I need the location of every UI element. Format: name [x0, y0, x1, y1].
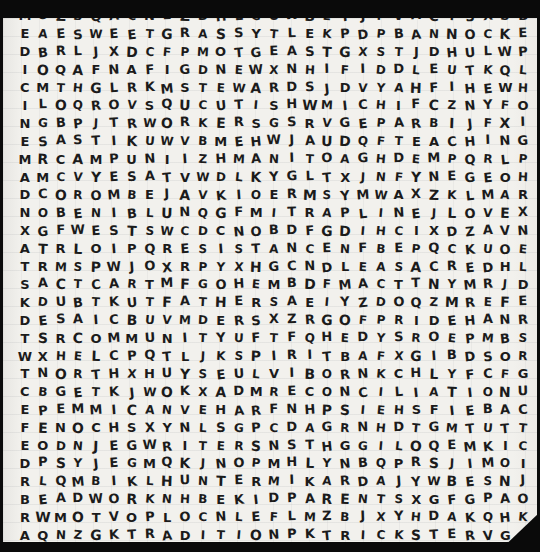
- grid-cell: M: [265, 454, 283, 472]
- grid-cell: E: [336, 490, 354, 509]
- grid-cell: R: [407, 115, 427, 135]
- grid-cell: S: [211, 25, 229, 44]
- grid-cell: B: [443, 346, 461, 365]
- grid-cell: B: [87, 472, 106, 491]
- grid-cell: C: [193, 508, 212, 527]
- grid-cell: F: [247, 329, 266, 348]
- grid-cell: O: [212, 43, 230, 61]
- grid-cell: I: [443, 77, 461, 96]
- grid-cell: A: [478, 310, 496, 329]
- grid-cell: E: [104, 167, 123, 186]
- grid-cell: J: [354, 168, 373, 187]
- grid-cell: R: [514, 347, 533, 366]
- grid-cell: S: [122, 167, 141, 186]
- grid-cell: F: [496, 96, 515, 115]
- grid-cell: P: [318, 400, 336, 419]
- grid-cell: X: [514, 203, 532, 222]
- grid-cell: D: [425, 507, 443, 526]
- grid-cell: T: [140, 293, 159, 312]
- grid-cell: H: [211, 293, 229, 312]
- grid-cell: E: [229, 60, 248, 79]
- grid-cell: D: [193, 311, 212, 330]
- grid-cell: N: [283, 59, 301, 78]
- grid-cell: N: [176, 203, 194, 222]
- grid-cell: M: [353, 185, 372, 204]
- grid-cell: R: [514, 186, 532, 204]
- grid-cell: N: [16, 204, 34, 222]
- grid-cell: V: [122, 96, 141, 115]
- grid-cell: J: [193, 347, 212, 366]
- grid-cell: H: [158, 472, 176, 491]
- grid-cell: I: [283, 471, 301, 490]
- grid-cell: Q: [478, 507, 497, 526]
- grid-cell: D: [371, 60, 390, 79]
- grid-cell: E: [460, 401, 480, 421]
- grid-cell: D: [389, 149, 407, 168]
- grid-cell: I: [478, 131, 496, 150]
- grid-cell: F: [496, 364, 515, 383]
- grid-cell: E: [211, 436, 230, 455]
- grid-cell: Y: [371, 78, 390, 97]
- grid-cell: S: [265, 96, 283, 114]
- grid-cell: R: [247, 472, 265, 490]
- grid-cell: O: [318, 365, 337, 384]
- grid-cell: A: [176, 292, 194, 311]
- grid-cell: W: [87, 490, 106, 509]
- grid-cell: P: [478, 489, 496, 508]
- grid-cell: A: [389, 114, 408, 133]
- grid-cell: E: [301, 25, 319, 43]
- grid-cell: A: [69, 60, 87, 79]
- grid-cell: T: [51, 78, 70, 97]
- grid-cell: T: [265, 329, 284, 348]
- grid-cell: D: [425, 43, 443, 61]
- grid-cell: C: [300, 239, 319, 258]
- grid-cell: B: [122, 185, 141, 204]
- grid-cell: A: [69, 310, 87, 329]
- grid-cell: W: [496, 79, 514, 97]
- grid-cell: N: [389, 203, 408, 222]
- grid-cell: Y: [211, 329, 230, 348]
- grid-cell: A: [425, 132, 443, 150]
- grid-cell: V: [193, 186, 212, 205]
- grid-cell: H: [211, 150, 230, 169]
- grid-cell: A: [407, 25, 427, 45]
- grid-cell: I: [104, 472, 123, 491]
- grid-cell: F: [51, 220, 69, 239]
- grid-cell: X: [229, 257, 248, 276]
- grid-cell: I: [229, 185, 248, 204]
- grid-cell: R: [158, 240, 176, 258]
- grid-cell: N: [496, 383, 514, 402]
- grid-cell: E: [212, 311, 230, 329]
- grid-cell: O: [87, 240, 105, 258]
- grid-cell: I: [443, 114, 461, 133]
- grid-cell: S: [513, 328, 532, 347]
- grid-cell: H: [460, 311, 480, 331]
- grid-cell: A: [354, 347, 373, 366]
- grid-cell: H: [371, 221, 390, 240]
- grid-cell: C: [425, 96, 443, 115]
- grid-cell: M: [193, 42, 212, 61]
- grid-cell: A: [390, 186, 408, 204]
- grid-cell: A: [318, 472, 337, 491]
- grid-cell: O: [460, 25, 480, 45]
- grid-cell: X: [104, 42, 123, 61]
- grid-cell: R: [33, 150, 51, 169]
- grid-cell: L: [389, 436, 408, 455]
- grid-cell: M: [247, 383, 265, 401]
- grid-cell: P: [336, 24, 355, 43]
- torn-paper-edge-bottom: [0, 542, 540, 552]
- grid-cell: F: [425, 78, 444, 97]
- grid-cell: B: [283, 274, 301, 293]
- grid-cell: P: [122, 346, 141, 365]
- grid-cell: I: [353, 221, 372, 240]
- grid-cell: E: [16, 25, 34, 43]
- grid-cell: H: [51, 347, 70, 366]
- grid-cell: A: [247, 78, 265, 97]
- grid-cell: S: [247, 436, 265, 455]
- grid-cell: E: [407, 149, 426, 168]
- grid-cell: D: [389, 59, 407, 78]
- grid-cell: H: [247, 257, 265, 276]
- grid-cell: U: [229, 329, 248, 348]
- grid-cell: C: [212, 222, 230, 240]
- grid-cell: Z: [443, 96, 462, 115]
- grid-cell: L: [336, 258, 354, 276]
- grid-cell: P: [33, 453, 51, 472]
- grid-cell: C: [52, 150, 70, 168]
- grid-cell: F: [354, 238, 372, 257]
- grid-cell: G: [425, 490, 443, 508]
- grid-cell: P: [283, 525, 301, 544]
- photo-edge-left: [0, 0, 3, 552]
- grid-cell: R: [122, 275, 141, 294]
- grid-cell: P: [283, 489, 301, 508]
- grid-cell: T: [193, 78, 212, 97]
- grid-cell: P: [247, 454, 266, 473]
- grid-cell: D: [283, 220, 301, 239]
- grid-cell: K: [193, 114, 212, 133]
- grid-cell: A: [496, 185, 515, 204]
- grid-cell: K: [460, 240, 480, 260]
- grid-cell: N: [158, 400, 177, 419]
- grid-cell: L: [104, 78, 123, 97]
- grid-cell: N: [336, 239, 355, 258]
- grid-cell: K: [443, 186, 462, 205]
- grid-cell: E: [247, 508, 266, 527]
- grid-cell: M: [104, 185, 123, 204]
- grid-cell: J: [389, 472, 408, 491]
- grid-cell: B: [443, 472, 461, 491]
- grid-cell: P: [247, 347, 265, 366]
- grid-cell: S: [407, 401, 425, 419]
- grid-cell: E: [104, 436, 123, 455]
- grid-cell: I: [300, 346, 318, 365]
- grid-cell: S: [141, 96, 159, 114]
- grid-cell: I: [158, 150, 176, 168]
- grid-cell: T: [460, 61, 480, 81]
- grid-cell: R: [16, 508, 34, 526]
- grid-cell: K: [247, 168, 265, 187]
- grid-cell: O: [158, 114, 176, 133]
- grid-cell: E: [425, 59, 443, 78]
- grid-cell: D: [336, 132, 354, 151]
- grid-cell: R: [69, 186, 88, 205]
- grid-cell: R: [247, 293, 265, 311]
- grid-cell: G: [122, 436, 141, 455]
- grid-cell: H: [283, 453, 301, 472]
- grid-cell: S: [389, 328, 407, 347]
- grid-cell: R: [264, 78, 283, 97]
- grid-cell: W: [33, 508, 51, 527]
- grid-cell: H: [141, 365, 159, 383]
- grid-cell: D: [300, 275, 318, 294]
- grid-cell: Z: [283, 310, 301, 329]
- grid-cell: H: [212, 401, 230, 419]
- grid-cell: E: [176, 239, 195, 258]
- grid-cell: O: [247, 185, 266, 204]
- grid-cell: Y: [389, 507, 407, 526]
- grid-cell: R: [336, 472, 355, 491]
- grid-cell: E: [443, 167, 461, 186]
- grid-cell: N: [514, 221, 533, 240]
- grid-cell: S: [33, 329, 51, 348]
- grid-cell: P: [371, 311, 390, 330]
- grid-cell: H: [407, 364, 425, 383]
- grid-cell: J: [425, 203, 444, 222]
- grid-cell: S: [318, 186, 337, 205]
- grid-cell: O: [425, 328, 443, 347]
- grid-cell: A: [211, 383, 229, 402]
- grid-cell: A: [16, 168, 34, 186]
- grid-cell: J: [122, 383, 142, 403]
- grid-cell: Y: [407, 168, 425, 187]
- grid-cell: C: [51, 168, 70, 187]
- grid-cell: O: [336, 311, 354, 330]
- grid-cell: V: [478, 203, 497, 222]
- grid-cell: K: [104, 382, 123, 401]
- grid-cell: U: [176, 471, 194, 490]
- grid-cell: C: [283, 256, 301, 275]
- grid-cell: F: [425, 401, 443, 419]
- grid-cell: K: [318, 24, 337, 43]
- grid-cell: W: [158, 221, 177, 240]
- grid-cell: I: [176, 437, 194, 455]
- grid-cell: R: [478, 149, 497, 168]
- grid-cell: S: [229, 346, 248, 365]
- grid-cell: E: [16, 437, 34, 455]
- grid-cell: X: [425, 222, 443, 240]
- grid-cell: R: [283, 346, 301, 365]
- grid-cell: K: [140, 77, 158, 96]
- grid-cell: T: [87, 293, 106, 312]
- grid-cell: T: [69, 275, 88, 294]
- grid-cell: T: [140, 24, 159, 43]
- grid-cell: K: [104, 293, 123, 312]
- grid-cell: C: [390, 365, 408, 383]
- grid-cell: O: [51, 186, 69, 205]
- grid-cell: L: [193, 418, 212, 437]
- grid-cell: A: [51, 489, 69, 508]
- grid-cell: T: [371, 490, 390, 509]
- grid-cell: R: [176, 24, 194, 43]
- grid-cell: T: [300, 435, 318, 454]
- grid-cell: J: [514, 471, 532, 490]
- grid-cell: L: [33, 472, 52, 491]
- grid-cell: F: [300, 221, 319, 240]
- grid-cell: O: [87, 329, 105, 347]
- grid-cell: L: [460, 186, 480, 206]
- grid-cell: D: [371, 293, 390, 312]
- grid-cell: H: [318, 328, 336, 347]
- grid-cell: N: [158, 329, 176, 347]
- grid-cell: H: [371, 418, 390, 437]
- grid-cell: Q: [140, 239, 159, 258]
- grid-cell: D: [122, 42, 140, 61]
- grid-cell: L: [158, 508, 176, 526]
- grid-cell: N: [87, 203, 106, 222]
- grid-cell: X: [34, 347, 52, 365]
- grid-cell: I: [425, 346, 444, 365]
- grid-cell: M: [229, 150, 248, 169]
- grid-cell: N: [353, 364, 372, 383]
- grid-cell: F: [336, 60, 355, 79]
- grid-cell: U: [158, 204, 176, 223]
- grid-cell: E: [443, 525, 461, 544]
- grid-cell: G: [264, 257, 283, 276]
- grid-cell: G: [211, 204, 229, 223]
- grid-cell: V: [104, 508, 123, 527]
- grid-cell: A: [33, 274, 51, 293]
- grid-cell: R: [283, 185, 301, 204]
- grid-cell: R: [51, 41, 69, 60]
- grid-cell: M: [443, 293, 461, 312]
- grid-cell: F: [265, 399, 283, 418]
- grid-cell: F: [158, 293, 176, 312]
- grid-cell: I: [104, 203, 123, 222]
- grid-cell: B: [265, 220, 283, 239]
- grid-cell: A: [51, 131, 69, 150]
- grid-cell: R: [16, 472, 34, 490]
- grid-cell: O: [496, 168, 514, 186]
- grid-cell: M: [478, 454, 497, 473]
- grid-cell: T: [389, 42, 408, 61]
- grid-cell: R: [336, 418, 355, 437]
- grid-cell: C: [176, 221, 195, 240]
- grid-cell: O: [496, 347, 514, 365]
- grid-cell: F: [87, 61, 105, 79]
- grid-cell: V: [354, 78, 373, 97]
- grid-cell: Z: [193, 150, 212, 169]
- grid-cell: P: [407, 239, 426, 258]
- grid-cell: Z: [460, 222, 480, 242]
- grid-cell: O: [33, 60, 51, 79]
- grid-cell: G: [51, 382, 70, 401]
- grid-cell: T: [16, 365, 34, 383]
- grid-cell: G: [354, 436, 373, 455]
- grid-cell: U: [140, 311, 159, 330]
- grid-cell: E: [141, 186, 159, 204]
- grid-cell: O: [514, 96, 532, 114]
- grid-cell: A: [496, 490, 515, 509]
- grid-cell: S: [425, 454, 443, 473]
- grid-cell: X: [140, 418, 159, 437]
- grid-cell: H: [371, 149, 390, 168]
- grid-cell: C: [51, 275, 69, 294]
- grid-cell: P: [371, 24, 390, 43]
- grid-cell: B: [122, 204, 142, 224]
- grid-cell: E: [265, 41, 283, 60]
- grid-cell: T: [87, 382, 106, 401]
- grid-cell: Y: [443, 275, 462, 294]
- grid-cell: S: [123, 419, 141, 437]
- grid-cell: M: [104, 329, 123, 348]
- grid-cell: U: [158, 364, 176, 383]
- grid-cell: H: [69, 78, 88, 97]
- grid-cell: L: [140, 203, 159, 222]
- grid-cell: J: [354, 507, 372, 526]
- grid-cell: H: [460, 132, 480, 152]
- grid-cell: N: [16, 114, 34, 132]
- grid-cell: S: [69, 131, 87, 150]
- grid-cell: F: [496, 293, 514, 312]
- grid-cell: U: [442, 60, 461, 79]
- grid-cell: C: [16, 383, 34, 401]
- grid-cell: I: [407, 222, 425, 240]
- grid-cell: N: [69, 436, 88, 455]
- grid-cell: P: [460, 329, 480, 349]
- grid-cell: Y: [69, 454, 88, 473]
- grid-cell: E: [229, 292, 247, 311]
- grid-cell: U: [229, 364, 248, 383]
- grid-cell: S: [371, 42, 390, 61]
- grid-cell: E: [496, 204, 514, 223]
- grid-cell: X: [336, 168, 354, 186]
- grid-cell: T: [193, 436, 212, 455]
- grid-cell: I: [176, 150, 195, 169]
- grid-cell: I: [371, 203, 390, 222]
- grid-cell: E: [122, 25, 142, 45]
- grid-cell: J: [496, 275, 515, 294]
- grid-cell: X: [353, 42, 372, 61]
- grid-cell: L: [69, 41, 87, 60]
- grid-cell: C: [104, 346, 123, 365]
- grid-cell: O: [51, 365, 69, 384]
- grid-cell: O: [123, 508, 141, 526]
- grid-cell: G: [407, 347, 425, 366]
- grid-cell: U: [514, 382, 532, 401]
- grid-cell: W: [140, 435, 158, 454]
- grid-cell: X: [389, 346, 408, 365]
- grid-cell: I: [390, 96, 408, 114]
- grid-cell: C: [122, 400, 140, 419]
- grid-cell: X: [16, 222, 34, 240]
- grid-cell: N: [443, 25, 461, 44]
- grid-cell: W: [496, 42, 515, 61]
- grid-cell: Q: [140, 346, 158, 365]
- grid-cell: R: [407, 453, 425, 472]
- grid-cell: D: [336, 79, 354, 97]
- grid-cell: O: [176, 508, 195, 527]
- grid-cell: I: [371, 436, 390, 455]
- grid-cell: S: [51, 310, 69, 329]
- grid-cell: G: [87, 78, 105, 97]
- grid-cell: T: [318, 42, 336, 61]
- grid-cell: E: [212, 490, 230, 508]
- grid-cell: I: [514, 454, 532, 472]
